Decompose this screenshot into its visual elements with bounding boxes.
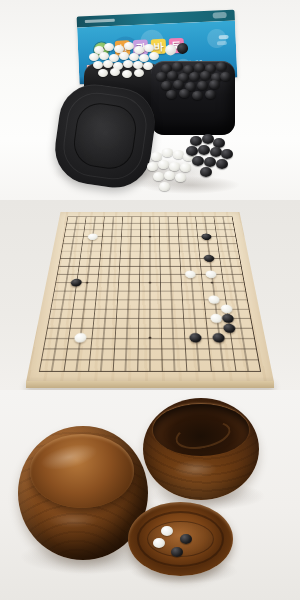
board-wood [26,212,274,382]
black-stone [167,71,178,80]
white-stone [103,60,113,68]
box-top-right-mark [213,12,227,19]
white-stone [147,162,158,171]
white-stone [122,70,132,78]
black-stone [186,146,198,156]
black-stone-icon [177,43,188,54]
board-front-edge [26,381,274,388]
white-stone [161,526,173,536]
box-top-left-mark [85,19,115,23]
white-stone-heap [88,46,160,86]
black-stone [221,149,233,159]
open-bowl [143,398,259,500]
white-stone-icon [165,44,176,55]
upturned-lid-with-stones [128,502,233,576]
white-stone [149,52,159,60]
star-point [211,281,214,283]
white-stone [124,42,134,50]
white-stone [169,162,180,171]
black-stone [220,72,231,81]
black-stone [200,71,211,80]
black-stone [179,89,190,98]
white-stone [159,182,170,191]
black-stone [171,547,183,557]
white-stone [153,538,165,548]
bowl-opening [153,404,249,456]
board-grid [39,217,261,372]
black-stone [209,80,220,89]
black-stone [156,72,167,81]
black-stone [173,80,184,89]
black-stone [192,156,204,166]
black-stone-heap [156,64,232,108]
black-stone [216,62,227,71]
white-stone [220,304,233,313]
black-stone [205,90,216,99]
black-stone [161,81,172,90]
white-stone [99,52,109,60]
black-stone [190,333,203,343]
gloss-highlight [48,512,98,528]
star-point [148,281,151,283]
white-stone [119,52,129,60]
white-stone [133,61,143,69]
black-stone [172,62,183,71]
white-stone [123,60,133,68]
white-stone [73,333,86,343]
white-stone [153,172,164,181]
white-stone [144,44,154,52]
black-stone [197,81,208,90]
black-stone [201,233,212,240]
black-stone [204,255,215,262]
star-point [85,281,88,283]
star-point [148,236,150,238]
product-photo-montage: 신 광 바 둑 myung stone [0,0,300,600]
black-stone [192,91,203,100]
black-stone [222,314,235,323]
black-stone [166,90,177,99]
white-stone [110,68,120,76]
photo-go-board [0,200,300,390]
white-stone [164,171,175,180]
board-scene [26,212,274,388]
loose-black-stones [184,134,236,192]
white-stone [104,43,114,51]
gloss-highlight [173,460,217,478]
white-stone [93,61,103,69]
white-stone [185,270,196,278]
white-stone [87,233,98,240]
black-stone [198,145,210,155]
black-stone [190,136,202,146]
white-stone [98,69,108,77]
black-stone [213,333,226,343]
star-point [148,337,151,339]
black-stone [223,323,236,332]
maker-emblem [219,35,229,39]
photo-box-and-trays: 신 광 바 둑 myung stone [0,0,300,200]
black-stone [200,167,212,177]
black-stone [180,534,192,544]
black-stone [216,159,228,169]
black-stone [70,278,82,286]
go-board [26,212,274,382]
black-stone [204,157,216,167]
stone-icons [165,42,194,56]
white-stone [208,295,220,303]
white-stone [206,270,218,278]
white-stone [89,53,99,61]
white-stone [134,69,144,77]
white-stone [162,148,173,157]
black-stone [189,72,200,81]
white-stone [158,160,169,169]
photo-wooden-bowls [0,390,300,600]
